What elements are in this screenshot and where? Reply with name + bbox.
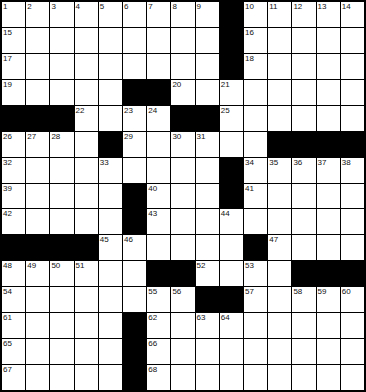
cell-r13c14[interactable]: [317, 313, 340, 338]
cell-r9c2[interactable]: [26, 209, 49, 234]
clue-number: 61: [3, 313, 12, 322]
cell-r5c7[interactable]: 24: [147, 106, 170, 131]
cell-r6c8[interactable]: 30: [171, 132, 194, 157]
clue-number: 9: [197, 2, 201, 11]
clue-number: 48: [3, 261, 12, 270]
cell-r7c11[interactable]: 34: [244, 158, 267, 183]
clue-number: 40: [148, 184, 157, 193]
cell-r8c3[interactable]: [50, 184, 73, 209]
cell-r3c9[interactable]: [196, 54, 219, 79]
clue-number: 34: [245, 158, 254, 167]
cell-r6c7[interactable]: [147, 132, 170, 157]
cell-r2c14[interactable]: [317, 28, 340, 53]
cell-r12c4[interactable]: [75, 287, 98, 312]
clue-number: 47: [269, 235, 278, 244]
cell-r7c4[interactable]: [75, 158, 98, 183]
cell-r10c6[interactable]: 46: [123, 235, 146, 260]
black-cell-r10c3: [50, 235, 73, 260]
cell-r12c15[interactable]: 60: [341, 287, 364, 312]
cell-r9c1[interactable]: 42: [2, 209, 25, 234]
cell-r8c5[interactable]: [99, 184, 122, 209]
cell-r6c11[interactable]: [244, 132, 267, 157]
cell-r12c8[interactable]: 56: [171, 287, 194, 312]
cell-r14c13[interactable]: [292, 339, 315, 364]
cell-r8c13[interactable]: [292, 184, 315, 209]
cell-r1c9[interactable]: 9: [196, 2, 219, 27]
cell-r2c3[interactable]: [50, 28, 73, 53]
cell-r2c12[interactable]: [268, 28, 291, 53]
cell-r2c5[interactable]: [99, 28, 122, 53]
clue-number: 53: [245, 261, 254, 270]
clue-number: 35: [269, 158, 278, 167]
cell-r15c13[interactable]: [292, 365, 315, 390]
clue-number: 50: [51, 261, 60, 270]
black-cell-r13c6: [123, 313, 146, 338]
clue-number: 27: [27, 132, 36, 141]
black-cell-r6c14: [317, 132, 340, 157]
black-cell-r6c5: [99, 132, 122, 157]
cell-r15c3[interactable]: [50, 365, 73, 390]
black-cell-r11c8: [171, 261, 194, 286]
black-cell-r6c13: [292, 132, 315, 157]
cell-r11c5[interactable]: [99, 261, 122, 286]
clue-number: 18: [245, 54, 254, 63]
black-cell-r11c13: [292, 261, 315, 286]
cell-r12c3[interactable]: [50, 287, 73, 312]
cell-r3c15[interactable]: [341, 54, 364, 79]
cell-r4c15[interactable]: [341, 80, 364, 105]
cell-r13c1[interactable]: 61: [2, 313, 25, 338]
cell-r11c6[interactable]: [123, 261, 146, 286]
cell-r11c10[interactable]: [220, 261, 243, 286]
cell-r7c2[interactable]: [26, 158, 49, 183]
clue-number: 11: [269, 2, 277, 11]
cell-r1c1[interactable]: 1: [2, 2, 25, 27]
black-cell-r10c4: [75, 235, 98, 260]
cell-r1c6[interactable]: 6: [123, 2, 146, 27]
black-cell-r10c11: [244, 235, 267, 260]
cell-r8c7[interactable]: 40: [147, 184, 170, 209]
clue-number: 33: [100, 158, 109, 167]
clue-number: 54: [3, 287, 12, 296]
cell-r14c15[interactable]: [341, 339, 364, 364]
cell-r8c11[interactable]: 41: [244, 184, 267, 209]
cell-r12c6[interactable]: [123, 287, 146, 312]
black-cell-r12c9: [196, 287, 219, 312]
cell-r4c10[interactable]: 21: [220, 80, 243, 105]
cell-r12c5[interactable]: [99, 287, 122, 312]
cell-r7c8[interactable]: [171, 158, 194, 183]
clue-number: 58: [293, 287, 302, 296]
black-cell-r5c2: [26, 106, 49, 131]
cell-r4c3[interactable]: [50, 80, 73, 105]
cell-r3c3[interactable]: [50, 54, 73, 79]
cell-r9c12[interactable]: [268, 209, 291, 234]
clue-number: 15: [3, 28, 12, 37]
cell-r15c7[interactable]: 68: [147, 365, 170, 390]
black-cell-r2c10: [220, 28, 243, 53]
cell-r10c12[interactable]: 47: [268, 235, 291, 260]
cell-r9c14[interactable]: [317, 209, 340, 234]
cell-r9c15[interactable]: [341, 209, 364, 234]
black-cell-r5c3: [50, 106, 73, 131]
black-cell-r12c10: [220, 287, 243, 312]
black-cell-r5c1: [2, 106, 25, 131]
cell-r6c9[interactable]: 31: [196, 132, 219, 157]
cell-r10c13[interactable]: [292, 235, 315, 260]
cell-r4c1[interactable]: 19: [2, 80, 25, 105]
cell-r9c3[interactable]: [50, 209, 73, 234]
clue-number: 42: [3, 209, 12, 218]
cell-r15c12[interactable]: [268, 365, 291, 390]
cell-r14c10[interactable]: [220, 339, 243, 364]
clue-number: 1: [3, 2, 7, 11]
cell-r2c6[interactable]: [123, 28, 146, 53]
cell-r9c10[interactable]: 44: [220, 209, 243, 234]
clue-number: 17: [3, 54, 12, 63]
cell-r12c11[interactable]: 57: [244, 287, 267, 312]
clue-number: 12: [293, 2, 302, 11]
cell-r13c2[interactable]: [26, 313, 49, 338]
cell-r7c12[interactable]: 35: [268, 158, 291, 183]
cell-r5c13[interactable]: [292, 106, 315, 131]
clue-number: 45: [100, 235, 109, 244]
clue-number: 63: [197, 313, 206, 322]
crossword-board: 1234567891011121314151617181920212223242…: [0, 0, 366, 392]
cell-r4c2[interactable]: [26, 80, 49, 105]
cell-r11c3[interactable]: 50: [50, 261, 73, 286]
cell-r2c9[interactable]: [196, 28, 219, 53]
black-cell-r11c14: [317, 261, 340, 286]
cell-r9c9[interactable]: [196, 209, 219, 234]
cell-r12c13[interactable]: 58: [292, 287, 315, 312]
cell-r1c11[interactable]: 10: [244, 2, 267, 27]
clue-number: 44: [221, 209, 230, 218]
cell-r4c8[interactable]: 20: [171, 80, 194, 105]
cell-r12c12[interactable]: [268, 287, 291, 312]
cell-r1c8[interactable]: 8: [171, 2, 194, 27]
clue-number: 56: [172, 287, 181, 296]
cell-r7c14[interactable]: 37: [317, 158, 340, 183]
cell-r10c14[interactable]: [317, 235, 340, 260]
clue-number: 36: [293, 158, 302, 167]
cell-r13c11[interactable]: [244, 313, 267, 338]
cell-r8c1[interactable]: 39: [2, 184, 25, 209]
black-cell-r8c6: [123, 184, 146, 209]
cell-r6c6[interactable]: 29: [123, 132, 146, 157]
clue-number: 49: [27, 261, 36, 270]
black-cell-r9c6: [123, 209, 146, 234]
cell-r7c6[interactable]: [123, 158, 146, 183]
cell-r6c2[interactable]: 27: [26, 132, 49, 157]
clue-number: 10: [245, 2, 254, 11]
clue-number: 20: [172, 80, 181, 89]
cell-r3c11[interactable]: 18: [244, 54, 267, 79]
clue-number: 16: [245, 28, 254, 37]
black-cell-r5c8: [171, 106, 194, 131]
cell-r13c3[interactable]: [50, 313, 73, 338]
cell-r11c4[interactable]: 51: [75, 261, 98, 286]
cell-r11c9[interactable]: 52: [196, 261, 219, 286]
cell-r1c12[interactable]: 11: [268, 2, 291, 27]
cell-r7c3[interactable]: [50, 158, 73, 183]
black-cell-r10c1: [2, 235, 25, 260]
cell-r15c10[interactable]: [220, 365, 243, 390]
black-cell-r14c6: [123, 339, 146, 364]
clue-number: 62: [148, 313, 157, 322]
cell-r4c14[interactable]: [317, 80, 340, 105]
cell-r6c10[interactable]: [220, 132, 243, 157]
cell-r14c1[interactable]: 65: [2, 339, 25, 364]
cell-r3c13[interactable]: [292, 54, 315, 79]
cell-r15c11[interactable]: [244, 365, 267, 390]
cell-r11c2[interactable]: 49: [26, 261, 49, 286]
cell-r13c13[interactable]: [292, 313, 315, 338]
cell-r2c4[interactable]: [75, 28, 98, 53]
cell-r9c13[interactable]: [292, 209, 315, 234]
cell-r1c15[interactable]: 14: [341, 2, 364, 27]
clue-number: 46: [124, 235, 133, 244]
cell-r11c1[interactable]: 48: [2, 261, 25, 286]
cell-r3c2[interactable]: [26, 54, 49, 79]
cell-r13c12[interactable]: [268, 313, 291, 338]
cell-r15c5[interactable]: [99, 365, 122, 390]
cell-r9c5[interactable]: [99, 209, 122, 234]
cell-r14c14[interactable]: [317, 339, 340, 364]
clue-number: 60: [342, 287, 351, 296]
cell-r3c12[interactable]: [268, 54, 291, 79]
cell-r13c7[interactable]: 62: [147, 313, 170, 338]
clue-number: 4: [76, 2, 80, 11]
cell-r2c1[interactable]: 15: [2, 28, 25, 53]
cell-r1c13[interactable]: 12: [292, 2, 315, 27]
cell-r9c4[interactable]: [75, 209, 98, 234]
black-cell-r8c10: [220, 184, 243, 209]
clue-number: 67: [3, 365, 12, 374]
cell-r8c8[interactable]: [171, 184, 194, 209]
cell-r6c4[interactable]: [75, 132, 98, 157]
cell-r6c3[interactable]: 28: [50, 132, 73, 157]
clue-number: 39: [3, 184, 12, 193]
cell-r1c7[interactable]: 7: [147, 2, 170, 27]
cell-r13c15[interactable]: [341, 313, 364, 338]
clue-number: 29: [124, 132, 133, 141]
clue-number: 23: [124, 106, 133, 115]
cell-r15c1[interactable]: 67: [2, 365, 25, 390]
cell-r8c14[interactable]: [317, 184, 340, 209]
cell-r10c5[interactable]: 45: [99, 235, 122, 260]
cell-r13c4[interactable]: [75, 313, 98, 338]
cell-r4c12[interactable]: [268, 80, 291, 105]
black-cell-r6c12: [268, 132, 291, 157]
clue-number: 25: [221, 106, 230, 115]
cell-r5c11[interactable]: [244, 106, 267, 131]
cell-r4c5[interactable]: [99, 80, 122, 105]
clue-number: 57: [245, 287, 254, 296]
cell-r3c14[interactable]: [317, 54, 340, 79]
cell-r15c9[interactable]: [196, 365, 219, 390]
black-cell-r5c9: [196, 106, 219, 131]
black-cell-r10c2: [26, 235, 49, 260]
clue-number: 24: [148, 106, 157, 115]
cell-r9c8[interactable]: [171, 209, 194, 234]
cell-r13c5[interactable]: [99, 313, 122, 338]
cell-r3c4[interactable]: [75, 54, 98, 79]
black-cell-r6c15: [341, 132, 364, 157]
clue-number: 52: [197, 261, 206, 270]
cell-r3c6[interactable]: [123, 54, 146, 79]
cell-r12c14[interactable]: 59: [317, 287, 340, 312]
clue-number: 64: [221, 313, 230, 322]
clue-number: 43: [148, 209, 157, 218]
clue-number: 3: [51, 2, 55, 11]
cell-r8c12[interactable]: [268, 184, 291, 209]
cell-r10c15[interactable]: [341, 235, 364, 260]
black-cell-r11c15: [341, 261, 364, 286]
clue-number: 19: [3, 80, 12, 89]
cell-r2c15[interactable]: [341, 28, 364, 53]
cell-r3c1[interactable]: 17: [2, 54, 25, 79]
black-cell-r1c10: [220, 2, 243, 27]
cell-r7c1[interactable]: 32: [2, 158, 25, 183]
cell-r10c8[interactable]: [171, 235, 194, 260]
cell-r15c4[interactable]: [75, 365, 98, 390]
cell-r5c10[interactable]: 25: [220, 106, 243, 131]
clue-number: 31: [197, 132, 206, 141]
cell-r5c6[interactable]: 23: [123, 106, 146, 131]
cell-r5c5[interactable]: [99, 106, 122, 131]
cell-r1c5[interactable]: 5: [99, 2, 122, 27]
cell-r14c2[interactable]: [26, 339, 49, 364]
cell-r15c14[interactable]: [317, 365, 340, 390]
cell-r13c8[interactable]: [171, 313, 194, 338]
cell-r14c12[interactable]: [268, 339, 291, 364]
clue-number: 21: [221, 80, 230, 89]
cell-r1c14[interactable]: 13: [317, 2, 340, 27]
cell-r10c9[interactable]: [196, 235, 219, 260]
cell-r4c4[interactable]: [75, 80, 98, 105]
cell-r14c7[interactable]: 66: [147, 339, 170, 364]
cell-r14c3[interactable]: [50, 339, 73, 364]
cell-r7c9[interactable]: [196, 158, 219, 183]
cell-r7c7[interactable]: [147, 158, 170, 183]
cell-r5c14[interactable]: [317, 106, 340, 131]
cell-r15c2[interactable]: [26, 365, 49, 390]
black-cell-r11c7: [147, 261, 170, 286]
cell-r2c13[interactable]: [292, 28, 315, 53]
cell-r6c1[interactable]: 26: [2, 132, 25, 157]
black-cell-r3c10: [220, 54, 243, 79]
clue-number: 51: [76, 261, 85, 270]
cell-r7c15[interactable]: 38: [341, 158, 364, 183]
cell-r8c9[interactable]: [196, 184, 219, 209]
cell-r13c9[interactable]: 63: [196, 313, 219, 338]
cell-r14c9[interactable]: [196, 339, 219, 364]
clue-number: 26: [3, 132, 12, 141]
cell-r4c11[interactable]: [244, 80, 267, 105]
cell-r3c7[interactable]: [147, 54, 170, 79]
cell-r2c8[interactable]: [171, 28, 194, 53]
cell-r1c2[interactable]: 2: [26, 2, 49, 27]
cell-r5c4[interactable]: 22: [75, 106, 98, 131]
cell-r1c4[interactable]: 4: [75, 2, 98, 27]
clue-number: 28: [51, 132, 60, 141]
clue-number: 5: [100, 2, 104, 11]
cell-r11c11[interactable]: 53: [244, 261, 267, 286]
cell-r11c12[interactable]: [268, 261, 291, 286]
cell-r14c8[interactable]: [171, 339, 194, 364]
cell-r2c11[interactable]: 16: [244, 28, 267, 53]
clue-number: 37: [318, 158, 327, 167]
cell-r5c15[interactable]: [341, 106, 364, 131]
cell-r8c15[interactable]: [341, 184, 364, 209]
cell-r7c5[interactable]: 33: [99, 158, 122, 183]
clue-number: 14: [342, 2, 351, 11]
clue-number: 59: [318, 287, 327, 296]
cell-r9c7[interactable]: 43: [147, 209, 170, 234]
black-cell-r7c10: [220, 158, 243, 183]
clue-number: 32: [3, 158, 12, 167]
cell-r3c5[interactable]: [99, 54, 122, 79]
black-cell-r4c6: [123, 80, 146, 105]
cell-r7c13[interactable]: 36: [292, 158, 315, 183]
clue-number: 55: [148, 287, 157, 296]
cell-r4c13[interactable]: [292, 80, 315, 105]
cell-r2c7[interactable]: [147, 28, 170, 53]
clue-number: 6: [124, 2, 128, 11]
clue-number: 38: [342, 158, 351, 167]
cell-r12c2[interactable]: [26, 287, 49, 312]
cell-r12c1[interactable]: 54: [2, 287, 25, 312]
cell-r15c8[interactable]: [171, 365, 194, 390]
clue-number: 30: [172, 132, 181, 141]
cell-r12c7[interactable]: 55: [147, 287, 170, 312]
black-cell-r4c7: [147, 80, 170, 105]
clue-number: 13: [318, 2, 327, 11]
cell-r15c15[interactable]: [341, 365, 364, 390]
clue-number: 8: [172, 2, 176, 11]
cell-r14c4[interactable]: [75, 339, 98, 364]
crossword-puzzle: 1234567891011121314151617181920212223242…: [0, 0, 366, 392]
clue-number: 65: [3, 339, 12, 348]
cell-r9c11[interactable]: [244, 209, 267, 234]
clue-number: 2: [27, 2, 31, 11]
cell-r8c2[interactable]: [26, 184, 49, 209]
cell-r5c12[interactable]: [268, 106, 291, 131]
cell-r10c7[interactable]: [147, 235, 170, 260]
cell-r10c10[interactable]: [220, 235, 243, 260]
cell-r2c2[interactable]: [26, 28, 49, 53]
black-cell-r15c6: [123, 365, 146, 390]
cell-r14c11[interactable]: [244, 339, 267, 364]
cell-r13c10[interactable]: 64: [220, 313, 243, 338]
clue-number: 22: [76, 106, 85, 115]
clue-number: 41: [245, 184, 254, 193]
clue-number: 66: [148, 339, 157, 348]
cell-r14c5[interactable]: [99, 339, 122, 364]
cell-r8c4[interactable]: [75, 184, 98, 209]
clue-number: 7: [148, 2, 152, 11]
cell-r1c3[interactable]: 3: [50, 2, 73, 27]
clue-number: 68: [148, 365, 157, 374]
cell-r4c9[interactable]: [196, 80, 219, 105]
cell-r3c8[interactable]: [171, 54, 194, 79]
